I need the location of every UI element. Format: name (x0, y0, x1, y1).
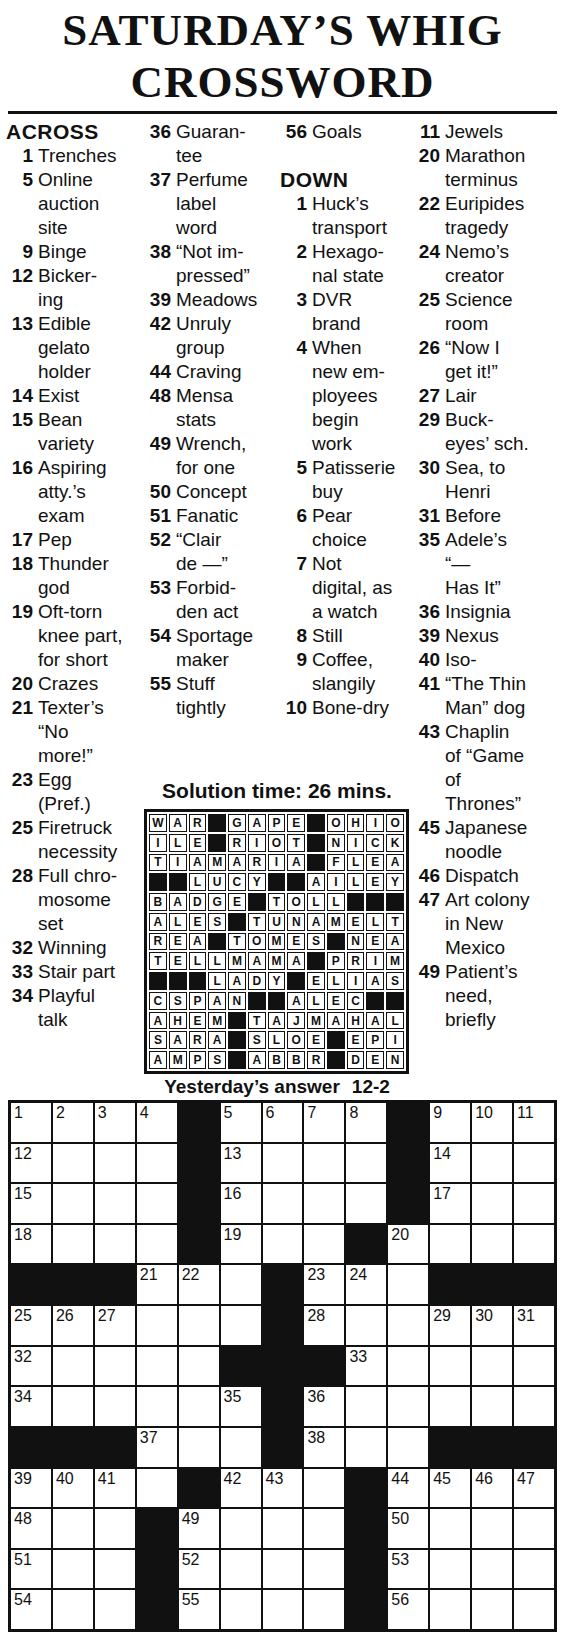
solution-cell: J (287, 1012, 305, 1030)
solution-cell: L (208, 952, 226, 970)
clue: 2Hexago- nal state (280, 240, 410, 288)
solution-cell: E (366, 933, 384, 951)
puzzle-cell[interactable]: 54 (10, 1589, 52, 1630)
puzzle-cell[interactable] (387, 1264, 429, 1305)
puzzle-cell[interactable] (513, 1346, 555, 1387)
clue-number: 44 (144, 360, 176, 384)
solution-cell: T (149, 952, 167, 970)
puzzle-cell[interactable]: 8 (345, 1102, 387, 1143)
puzzle-cell[interactable]: 9 (429, 1102, 471, 1143)
puzzle-black-cell (10, 1264, 52, 1305)
solution-cell: W (149, 814, 167, 832)
solution-cell: E (287, 814, 305, 832)
clue: 49Patient’s need, briefly (413, 960, 562, 1032)
puzzle-cell[interactable]: 23 (303, 1264, 345, 1305)
clue: 33Stair part (6, 960, 139, 984)
clue-text: Chaplin of “Game of Thrones” (445, 720, 524, 816)
clue-text: Patisserie buy (312, 456, 395, 504)
puzzle-cell[interactable] (513, 1143, 555, 1184)
puzzle-cell[interactable] (52, 1386, 94, 1427)
clue-number: 17 (6, 528, 38, 552)
clue: 5Online auction site (6, 168, 139, 240)
cell-number: 25 (14, 1307, 32, 1325)
puzzle-cell[interactable]: 50 (387, 1508, 429, 1549)
clue: 14Exist (6, 384, 139, 408)
puzzle-cell[interactable] (429, 1549, 471, 1590)
clue: 1Trenches (6, 144, 139, 168)
puzzle-cell[interactable] (345, 1427, 387, 1468)
solution-cell: O (386, 814, 404, 832)
puzzle-cell[interactable]: 16 (220, 1183, 262, 1224)
clue-number: 13 (6, 312, 38, 336)
puzzle-cell[interactable] (136, 1468, 178, 1509)
clue-text: Aspiring atty.’s exam (38, 456, 107, 528)
puzzle-cell[interactable] (345, 1386, 387, 1427)
puzzle-cell[interactable] (471, 1183, 513, 1224)
puzzle-cell[interactable]: 27 (94, 1305, 136, 1346)
puzzle-cell[interactable]: 52 (178, 1549, 220, 1590)
solution-cell: E (287, 933, 305, 951)
answer-date: 12-2 (352, 1076, 390, 1097)
clue: 7Not digital, as a watch (280, 552, 410, 624)
clue: 6Pear choice (280, 504, 410, 552)
puzzle-cell[interactable]: 33 (345, 1346, 387, 1387)
puzzle-cell[interactable]: 49 (178, 1508, 220, 1549)
puzzle-cell[interactable]: 25 (10, 1305, 52, 1346)
puzzle-cell[interactable] (52, 1224, 94, 1265)
puzzle-cell[interactable] (178, 1427, 220, 1468)
puzzle-cell[interactable] (220, 1427, 262, 1468)
solution-cell: E (189, 834, 207, 852)
clue-number: 1 (6, 144, 38, 168)
puzzle-cell[interactable] (345, 1305, 387, 1346)
puzzle-cell[interactable] (429, 1224, 471, 1265)
clue-number: 45 (413, 816, 445, 840)
solution-black-cell (208, 834, 226, 852)
clue-text: Winning (38, 936, 107, 960)
cell-number: 40 (56, 1470, 74, 1488)
puzzle-cell[interactable] (345, 1183, 387, 1224)
puzzle-black-cell (220, 1346, 262, 1387)
puzzle-cell[interactable]: 43 (262, 1468, 304, 1509)
solution-cell: C (149, 992, 167, 1010)
clue-text: Euripides tragedy (445, 192, 524, 240)
puzzle-cell[interactable] (429, 1508, 471, 1549)
cell-number: 47 (517, 1470, 535, 1488)
clue-text: Science room (445, 288, 513, 336)
puzzle-cell[interactable] (303, 1224, 345, 1265)
clue-text: Goals (312, 120, 362, 144)
puzzle-cell[interactable] (262, 1549, 304, 1590)
solution-cell: U (268, 913, 286, 931)
puzzle-cell[interactable] (220, 1305, 262, 1346)
cell-number: 41 (98, 1470, 116, 1488)
solution-cell: L (307, 992, 325, 1010)
puzzle-cell[interactable]: 32 (10, 1346, 52, 1387)
puzzle-cell[interactable]: 24 (345, 1264, 387, 1305)
clue-number: 37 (144, 168, 176, 192)
puzzle-cell[interactable]: 46 (471, 1468, 513, 1509)
clue-text: Fanatic (176, 504, 238, 528)
cell-number: 35 (224, 1388, 242, 1406)
puzzle-cell[interactable]: 51 (10, 1549, 52, 1590)
puzzle-cell[interactable]: 29 (429, 1305, 471, 1346)
puzzle-cell[interactable]: 4 (136, 1102, 178, 1143)
puzzle-cell[interactable] (94, 1143, 136, 1184)
puzzle-cell[interactable]: 5 (220, 1102, 262, 1143)
puzzle-cell[interactable]: 40 (52, 1468, 94, 1509)
puzzle-black-cell (387, 1102, 429, 1143)
solution-black-cell (228, 1051, 246, 1069)
clue-number: 20 (6, 672, 38, 696)
clue-list-header: DOWN (280, 168, 410, 192)
solution-cell: R (347, 952, 365, 970)
clue-number: 56 (280, 120, 312, 144)
solution-cell: T (248, 913, 266, 931)
clue: 17Pep (6, 528, 139, 552)
puzzle-black-cell (471, 1264, 513, 1305)
clue-number: 7 (280, 552, 312, 576)
solution-black-cell (307, 854, 325, 872)
clue-text: Hexago- nal state (312, 240, 384, 288)
puzzle-cell[interactable]: 37 (136, 1427, 178, 1468)
puzzle-cell[interactable] (387, 1346, 429, 1387)
solution-cell: A (287, 854, 305, 872)
solution-cell: R (189, 814, 207, 832)
clue-number: 36 (413, 600, 445, 624)
solution-black-cell (149, 873, 167, 891)
clue-text: Buck- eyes’ sch. (445, 408, 529, 456)
puzzle-cell[interactable] (94, 1346, 136, 1387)
puzzle-cell[interactable] (220, 1508, 262, 1549)
solution-cell: B (149, 893, 167, 911)
solution-cell: T (228, 933, 246, 951)
puzzle-cell[interactable]: 48 (10, 1508, 52, 1549)
puzzle-cell[interactable]: 45 (429, 1468, 471, 1509)
puzzle-cell[interactable] (94, 1386, 136, 1427)
puzzle-cell[interactable] (94, 1183, 136, 1224)
solution-black-cell (208, 933, 226, 951)
puzzle-cell[interactable] (94, 1549, 136, 1590)
puzzle-cell[interactable]: 11 (513, 1102, 555, 1143)
solution-cell: A (386, 854, 404, 872)
cell-number: 31 (517, 1307, 535, 1325)
clue-text: Sportage maker (176, 624, 253, 672)
clue: 9Binge (6, 240, 139, 264)
solution-cell: E (169, 933, 187, 951)
solution-cell: L (169, 834, 187, 852)
puzzle-cell[interactable] (471, 1549, 513, 1590)
puzzle-cell[interactable] (136, 1305, 178, 1346)
solution-cell: A (307, 913, 325, 931)
clue: 20Crazes (6, 672, 139, 696)
solution-cell: H (169, 1012, 187, 1030)
puzzle-cell[interactable] (178, 1386, 220, 1427)
clue: 31Before (413, 504, 562, 528)
puzzle-grid: 1234567891011121314151617181920212223242… (8, 1100, 557, 1632)
solution-cell: A (149, 1012, 167, 1030)
puzzle-cell[interactable] (303, 1589, 345, 1630)
puzzle-cell[interactable] (303, 1468, 345, 1509)
cell-number: 10 (475, 1104, 493, 1122)
puzzle-cell[interactable]: 34 (10, 1386, 52, 1427)
cell-number: 14 (433, 1145, 451, 1163)
solution-cell: A (189, 933, 207, 951)
puzzle-cell[interactable] (471, 1143, 513, 1184)
puzzle-cell[interactable] (136, 1346, 178, 1387)
puzzle-cell[interactable] (94, 1508, 136, 1549)
solution-black-cell (307, 834, 325, 852)
clue-number: 46 (413, 864, 445, 888)
puzzle-cell[interactable] (262, 1508, 304, 1549)
puzzle-cell[interactable]: 17 (429, 1183, 471, 1224)
puzzle-cell[interactable]: 35 (220, 1386, 262, 1427)
puzzle-cell[interactable]: 2 (52, 1102, 94, 1143)
puzzle-cell[interactable] (52, 1549, 94, 1590)
puzzle-cell[interactable] (471, 1508, 513, 1549)
clue-text: Jewels (445, 120, 503, 144)
cell-number: 28 (307, 1307, 325, 1325)
clue: 8Still (280, 624, 410, 648)
puzzle-cell[interactable] (94, 1589, 136, 1630)
puzzle-cell[interactable] (136, 1386, 178, 1427)
puzzle-cell[interactable] (262, 1589, 304, 1630)
puzzle-cell[interactable] (220, 1264, 262, 1305)
puzzle-cell[interactable]: 7 (303, 1102, 345, 1143)
solution-cell: I (366, 952, 384, 970)
puzzle-cell[interactable]: 28 (303, 1305, 345, 1346)
puzzle-cell[interactable]: 14 (429, 1143, 471, 1184)
solution-black-cell (228, 1012, 246, 1030)
clue: 25Science room (413, 288, 562, 336)
solution-cell: L (268, 1031, 286, 1049)
solution-cell: E (366, 854, 384, 872)
puzzle-cell[interactable] (262, 1143, 304, 1184)
solution-cell: F (327, 854, 345, 872)
clue-number: 34 (6, 984, 38, 1008)
puzzle-cell[interactable] (303, 1143, 345, 1184)
puzzle-cell[interactable] (262, 1224, 304, 1265)
solution-black-cell (307, 814, 325, 832)
puzzle-cell[interactable]: 47 (513, 1468, 555, 1509)
puzzle-cell[interactable] (136, 1224, 178, 1265)
puzzle-cell[interactable]: 3 (94, 1102, 136, 1143)
solution-cell: A (149, 913, 167, 931)
puzzle-cell[interactable] (471, 1589, 513, 1630)
puzzle-cell[interactable] (513, 1224, 555, 1265)
solution-cell: K (386, 834, 404, 852)
clue-text: Egg (Pref.) (38, 768, 91, 816)
clue-number: 47 (413, 888, 445, 912)
puzzle-cell[interactable]: 12 (10, 1143, 52, 1184)
solution-cell: D (189, 893, 207, 911)
puzzle-cell[interactable] (387, 1427, 429, 1468)
puzzle-cell[interactable]: 42 (220, 1468, 262, 1509)
puzzle-cell[interactable] (513, 1549, 555, 1590)
solution-cell: P (366, 1031, 384, 1049)
clue-text: Crazes (38, 672, 98, 696)
puzzle-cell[interactable]: 13 (220, 1143, 262, 1184)
puzzle-cell[interactable]: 39 (10, 1468, 52, 1509)
clue: 19Oft-torn knee part, for short (6, 600, 139, 672)
puzzle-cell[interactable] (52, 1346, 94, 1387)
puzzle-cell[interactable]: 15 (10, 1183, 52, 1224)
puzzle-cell[interactable]: 44 (387, 1468, 429, 1509)
cell-number: 30 (475, 1307, 493, 1325)
solution-cell: A (307, 873, 325, 891)
puzzle-black-cell (513, 1264, 555, 1305)
puzzle-cell[interactable] (513, 1589, 555, 1630)
cell-number: 46 (475, 1470, 493, 1488)
puzzle-cell[interactable] (94, 1224, 136, 1265)
clue-text: Meadows (176, 288, 257, 312)
cell-number: 38 (307, 1429, 325, 1447)
solution-cell: G (208, 893, 226, 911)
cell-number: 19 (224, 1226, 242, 1244)
puzzle-cell[interactable]: 31 (513, 1305, 555, 1346)
puzzle-cell[interactable] (471, 1224, 513, 1265)
puzzle-cell[interactable]: 30 (471, 1305, 513, 1346)
puzzle-cell[interactable] (387, 1305, 429, 1346)
puzzle-cell[interactable] (178, 1305, 220, 1346)
clue: 9Coffee, slangily (280, 648, 410, 696)
clue-number: 2 (280, 240, 312, 264)
puzzle-cell[interactable]: 41 (94, 1468, 136, 1509)
solution-cell: C (347, 992, 365, 1010)
puzzle-cell[interactable] (52, 1183, 94, 1224)
puzzle-black-cell (52, 1264, 94, 1305)
solution-cell: A (287, 992, 305, 1010)
clue-number: 35 (413, 528, 445, 552)
solution-cell: G (228, 814, 246, 832)
clue-number: 9 (280, 648, 312, 672)
solution-cell: I (169, 854, 187, 872)
clue: 28Full chro- mosome set (6, 864, 139, 936)
puzzle-cell[interactable] (429, 1346, 471, 1387)
cell-number: 13 (224, 1145, 242, 1163)
puzzle-cell[interactable] (52, 1589, 94, 1630)
clue-number: 11 (413, 120, 445, 144)
puzzle-cell[interactable]: 19 (220, 1224, 262, 1265)
puzzle-black-cell (178, 1183, 220, 1224)
puzzle-cell[interactable] (513, 1386, 555, 1427)
puzzle-cell[interactable]: 10 (471, 1102, 513, 1143)
solution-cell: M (268, 952, 286, 970)
puzzle-cell[interactable]: 20 (387, 1224, 429, 1265)
clue: 41“The Thin Man” dog (413, 672, 562, 720)
puzzle-cell[interactable] (513, 1183, 555, 1224)
clue: 49Wrench, for one (144, 432, 274, 480)
clue: 53Forbid- den act (144, 576, 274, 624)
puzzle-black-cell (262, 1346, 304, 1387)
puzzle-cell[interactable] (471, 1386, 513, 1427)
puzzle-cell[interactable] (262, 1183, 304, 1224)
puzzle-cell[interactable] (429, 1386, 471, 1427)
puzzle-black-cell (429, 1264, 471, 1305)
cell-number: 18 (14, 1226, 32, 1244)
cell-number: 48 (14, 1510, 32, 1528)
puzzle-cell[interactable] (52, 1508, 94, 1549)
puzzle-cell[interactable] (303, 1183, 345, 1224)
puzzle-cell[interactable]: 6 (262, 1102, 304, 1143)
puzzle-cell[interactable] (387, 1386, 429, 1427)
clue-text: Bicker- ing (38, 264, 97, 312)
clue: 43Chaplin of “Game of Thrones” (413, 720, 562, 816)
puzzle-cell[interactable]: 55 (178, 1589, 220, 1630)
clue: 18Thunder god (6, 552, 139, 600)
clue-number: 28 (6, 864, 38, 888)
puzzle-cell[interactable] (220, 1549, 262, 1590)
clue-text: Not digital, as a watch (312, 552, 392, 624)
puzzle-cell[interactable] (303, 1508, 345, 1549)
clue: 12Bicker- ing (6, 264, 139, 312)
puzzle-cell[interactable]: 36 (303, 1386, 345, 1427)
puzzle-cell[interactable] (136, 1143, 178, 1184)
clue-number: 42 (144, 312, 176, 336)
puzzle-cell[interactable]: 38 (303, 1427, 345, 1468)
puzzle-cell[interactable] (136, 1183, 178, 1224)
puzzle-cell[interactable]: 1 (10, 1102, 52, 1143)
puzzle-cell[interactable] (471, 1346, 513, 1387)
puzzle-cell[interactable]: 18 (10, 1224, 52, 1265)
puzzle-cell[interactable]: 22 (178, 1264, 220, 1305)
clue-number: 10 (280, 696, 312, 720)
clue-text: Nexus (445, 624, 499, 648)
solution-cell: O (287, 1031, 305, 1049)
puzzle-cell[interactable]: 21 (136, 1264, 178, 1305)
clue: 5Patisserie buy (280, 456, 410, 504)
clue-text: “Now I get it!” (445, 336, 500, 384)
solution-cell: T (287, 834, 305, 852)
solution-cell: S (386, 972, 404, 990)
page-title: SATURDAY’S WHIG CROSSWORD (0, 4, 565, 108)
puzzle-cell[interactable]: 56 (387, 1589, 429, 1630)
solution-cell: M (208, 854, 226, 872)
puzzle-cell[interactable]: 53 (387, 1549, 429, 1590)
solution-cell: A (327, 1012, 345, 1030)
puzzle-cell[interactable] (220, 1589, 262, 1630)
cell-number: 42 (224, 1470, 242, 1488)
puzzle-cell[interactable] (429, 1589, 471, 1630)
puzzle-black-cell (262, 1386, 304, 1427)
puzzle-cell[interactable] (303, 1549, 345, 1590)
solution-cell: H (347, 814, 365, 832)
clue-number: 14 (6, 384, 38, 408)
puzzle-black-cell (10, 1427, 52, 1468)
solution-cell: Y (386, 873, 404, 891)
title-line-1: SATURDAY’S WHIG (0, 4, 565, 56)
puzzle-black-cell (429, 1427, 471, 1468)
cell-number: 17 (433, 1185, 451, 1203)
solution-cell: O (268, 834, 286, 852)
solution-cell: N (327, 834, 345, 852)
cell-number: 32 (14, 1348, 32, 1366)
solution-cell: I (347, 972, 365, 990)
puzzle-black-cell (94, 1427, 136, 1468)
solution-black-cell (327, 1031, 345, 1049)
puzzle-cell[interactable] (178, 1346, 220, 1387)
clue-text: Sea, to Henri (445, 456, 505, 504)
puzzle-black-cell (52, 1427, 94, 1468)
puzzle-cell[interactable] (345, 1143, 387, 1184)
cell-number: 49 (182, 1510, 200, 1528)
clue-text: Insignia (445, 600, 511, 624)
solution-cell: Y (268, 972, 286, 990)
clue-text: Dispatch (445, 864, 519, 888)
puzzle-cell[interactable] (52, 1143, 94, 1184)
puzzle-cell[interactable]: 26 (52, 1305, 94, 1346)
puzzle-cell[interactable] (513, 1508, 555, 1549)
